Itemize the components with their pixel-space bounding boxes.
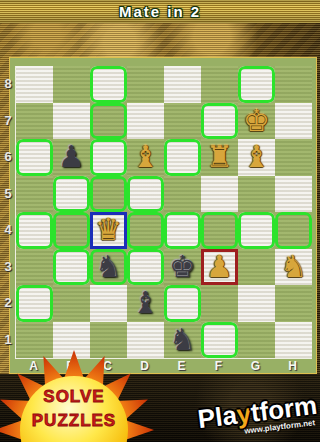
square-a5[interactable] [16, 176, 53, 213]
square-e3[interactable]: ♚ [164, 249, 201, 286]
square-b6[interactable]: ♟ [53, 139, 90, 176]
piece-white-bishop-g6[interactable]: ♝ [243, 142, 270, 172]
square-f1[interactable] [201, 322, 238, 359]
square-d2[interactable]: ♝ [127, 285, 164, 322]
square-e4[interactable] [164, 212, 201, 249]
piece-white-king-g7[interactable]: ♚ [243, 106, 270, 136]
square-c2[interactable] [90, 285, 127, 322]
square-e6[interactable] [164, 139, 201, 176]
square-f8[interactable] [201, 66, 238, 103]
square-f7[interactable] [201, 103, 238, 140]
piece-black-knight-c3[interactable]: ♞ [95, 252, 122, 282]
chess-board-panel: ♚♟♝♜♝♛♞♚♟♞♝♞ 87654321 ABCDEFGH [9, 57, 317, 374]
rank-label-8: 8 [2, 66, 14, 103]
square-c7[interactable] [90, 103, 127, 140]
square-f4[interactable] [201, 212, 238, 249]
square-e7[interactable] [164, 103, 201, 140]
square-g8[interactable] [238, 66, 275, 103]
square-g1[interactable] [238, 322, 275, 359]
file-label-F: F [200, 359, 237, 373]
rank-label-3: 3 [2, 249, 14, 286]
app-window: Mate in 2 ♚♟♝♜♝♛♞♚♟♞♝♞ 87654321 ABCDEFGH… [0, 0, 320, 442]
square-d8[interactable] [127, 66, 164, 103]
square-h2[interactable] [275, 285, 312, 322]
square-e1[interactable]: ♞ [164, 322, 201, 359]
title-bar: Mate in 2 [0, 0, 320, 23]
piece-white-bishop-d6[interactable]: ♝ [132, 142, 159, 172]
square-d5[interactable] [127, 176, 164, 213]
badge-line-2: PUZZLES [32, 411, 116, 430]
rank-label-6: 6 [2, 139, 14, 176]
rank-label-5: 5 [2, 176, 14, 213]
square-h3[interactable]: ♞ [275, 249, 312, 286]
square-d3[interactable] [127, 249, 164, 286]
piece-white-knight-h3[interactable]: ♞ [280, 252, 307, 282]
square-c5[interactable] [90, 176, 127, 213]
rank-label-2: 2 [2, 285, 14, 322]
square-g7[interactable]: ♚ [238, 103, 275, 140]
square-d7[interactable] [127, 103, 164, 140]
square-a8[interactable] [16, 66, 53, 103]
square-f3[interactable]: ♟ [201, 249, 238, 286]
square-f6[interactable]: ♜ [201, 139, 238, 176]
piece-black-bishop-d2[interactable]: ♝ [132, 288, 159, 318]
square-a3[interactable] [16, 249, 53, 286]
square-h4[interactable] [275, 212, 312, 249]
square-h8[interactable] [275, 66, 312, 103]
rank-label-7: 7 [2, 103, 14, 140]
rank-label-4: 4 [2, 212, 14, 249]
square-b3[interactable] [53, 249, 90, 286]
square-a6[interactable] [16, 139, 53, 176]
square-a2[interactable] [16, 285, 53, 322]
piece-black-pawn-b6[interactable]: ♟ [58, 142, 85, 172]
square-f2[interactable] [201, 285, 238, 322]
square-g5[interactable] [238, 176, 275, 213]
square-h1[interactable] [275, 322, 312, 359]
square-g3[interactable] [238, 249, 275, 286]
square-b5[interactable] [53, 176, 90, 213]
square-b2[interactable] [53, 285, 90, 322]
file-label-G: G [237, 359, 274, 373]
square-c6[interactable] [90, 139, 127, 176]
solve-puzzles-badge[interactable]: SOLVE PUZZLES [0, 342, 166, 442]
square-e5[interactable] [164, 176, 201, 213]
rank-labels: 87654321 [2, 66, 14, 358]
file-label-E: E [163, 359, 200, 373]
piece-black-knight-e1[interactable]: ♞ [169, 325, 196, 355]
square-e8[interactable] [164, 66, 201, 103]
board-grid: ♚♟♝♜♝♛♞♚♟♞♝♞ [15, 66, 312, 359]
square-c8[interactable] [90, 66, 127, 103]
piece-white-rook-f6[interactable]: ♜ [206, 142, 233, 172]
square-g2[interactable] [238, 285, 275, 322]
square-f5[interactable] [201, 176, 238, 213]
square-b4[interactable] [53, 212, 90, 249]
file-label-H: H [274, 359, 311, 373]
badge-line-1: SOLVE [43, 387, 104, 406]
piece-black-king-e3[interactable]: ♚ [169, 252, 196, 282]
square-a4[interactable] [16, 212, 53, 249]
square-a7[interactable] [16, 103, 53, 140]
square-h5[interactable] [275, 176, 312, 213]
piece-white-queen-c4[interactable]: ♛ [95, 215, 122, 245]
square-b8[interactable] [53, 66, 90, 103]
square-g6[interactable]: ♝ [238, 139, 275, 176]
square-e2[interactable] [164, 285, 201, 322]
square-h6[interactable] [275, 139, 312, 176]
page-title: Mate in 2 [119, 3, 201, 20]
square-c4[interactable]: ♛ [90, 212, 127, 249]
square-g4[interactable] [238, 212, 275, 249]
square-d6[interactable]: ♝ [127, 139, 164, 176]
piece-white-pawn-f3[interactable]: ♟ [206, 252, 233, 282]
square-b7[interactable] [53, 103, 90, 140]
square-h7[interactable] [275, 103, 312, 140]
square-d4[interactable] [127, 212, 164, 249]
square-c3[interactable]: ♞ [90, 249, 127, 286]
